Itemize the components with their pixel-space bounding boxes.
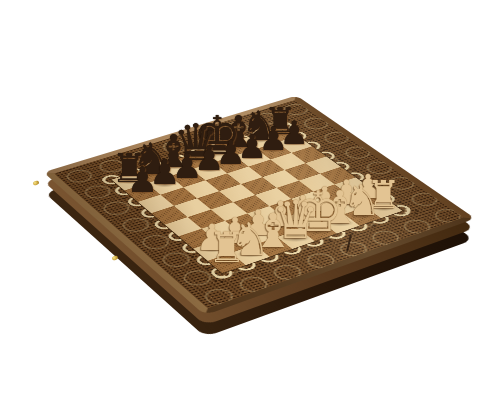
chess-board-scene bbox=[0, 0, 500, 400]
product-photo-stage: ♜♞♝♛♚♝♞♜♟♟♟♟♟♟♟♟♟♟♟♟♟♟♟♟♜♞♝♛♚♝♞♜ bbox=[0, 0, 500, 400]
chess-board bbox=[43, 95, 475, 315]
